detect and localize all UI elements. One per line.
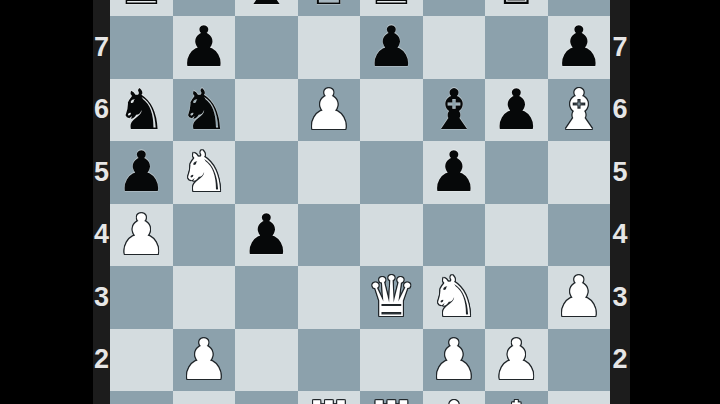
- square-e2[interactable]: [360, 329, 423, 392]
- chess-board: ♜♝♛♜♚♟♟♟♞♞♟♝♟♝♟♞♟♟♟♛♞♟♟♟♟♜♜♝♚: [110, 0, 610, 404]
- rank-label-5-right: 5: [610, 141, 630, 204]
- square-e1[interactable]: ♜: [360, 391, 423, 404]
- square-e7[interactable]: ♟: [360, 16, 423, 79]
- square-f3[interactable]: ♞: [423, 266, 486, 329]
- square-d8[interactable]: ♛: [298, 0, 361, 16]
- piece-white-rook-d1[interactable]: ♜: [304, 391, 354, 404]
- square-h1[interactable]: [548, 391, 611, 404]
- square-g4[interactable]: [485, 204, 548, 267]
- square-h7[interactable]: ♟: [548, 16, 611, 79]
- piece-black-pawn-h7[interactable]: ♟: [554, 16, 604, 79]
- piece-white-pawn-a4[interactable]: ♟: [116, 204, 166, 267]
- rank-label-1-left: 1: [93, 391, 110, 404]
- square-c7[interactable]: [235, 16, 298, 79]
- piece-black-pawn-a5[interactable]: ♟: [116, 141, 166, 204]
- rank-label-4-left: 4: [93, 204, 110, 267]
- square-b1[interactable]: [173, 391, 236, 404]
- piece-black-pawn-e7[interactable]: ♟: [366, 16, 416, 79]
- piece-white-pawn-h3[interactable]: ♟: [554, 266, 604, 329]
- piece-white-rook-e1[interactable]: ♜: [366, 391, 416, 404]
- square-e3[interactable]: ♛: [360, 266, 423, 329]
- rank-label-2-left: 2: [93, 329, 110, 392]
- square-g1[interactable]: ♚: [485, 391, 548, 404]
- square-g7[interactable]: [485, 16, 548, 79]
- square-g5[interactable]: [485, 141, 548, 204]
- rank-label-7-right: 7: [610, 16, 630, 79]
- square-c3[interactable]: [235, 266, 298, 329]
- piece-black-pawn-g6[interactable]: ♟: [491, 79, 541, 142]
- rank-label-7-left: 7: [93, 16, 110, 79]
- rank-label-1-right: 1: [610, 391, 630, 404]
- square-f2[interactable]: ♟: [423, 329, 486, 392]
- piece-black-queen-d8[interactable]: ♛: [304, 0, 354, 16]
- square-h3[interactable]: ♟: [548, 266, 611, 329]
- square-e5[interactable]: [360, 141, 423, 204]
- piece-black-rook-a8[interactable]: ♜: [116, 0, 166, 16]
- square-a2[interactable]: [110, 329, 173, 392]
- square-a6[interactable]: ♞: [110, 79, 173, 142]
- piece-white-king-g1[interactable]: ♚: [491, 391, 541, 404]
- rank-label-5-left: 5: [93, 141, 110, 204]
- square-h5[interactable]: [548, 141, 611, 204]
- square-c4[interactable]: ♟: [235, 204, 298, 267]
- square-b5[interactable]: ♞: [173, 141, 236, 204]
- piece-white-knight-b5[interactable]: ♞: [179, 141, 229, 204]
- piece-white-knight-f3[interactable]: ♞: [429, 266, 479, 329]
- square-c8[interactable]: ♝: [235, 0, 298, 16]
- rank-label-6-left: 6: [93, 79, 110, 142]
- square-f6[interactable]: ♝: [423, 79, 486, 142]
- rank-label-4-right: 4: [610, 204, 630, 267]
- square-d7[interactable]: [298, 16, 361, 79]
- square-d3[interactable]: [298, 266, 361, 329]
- square-f1[interactable]: ♝: [423, 391, 486, 404]
- rank-label-8-left: 8: [93, 0, 110, 16]
- square-a7[interactable]: [110, 16, 173, 79]
- rank-label-2-right: 2: [610, 329, 630, 392]
- square-c1[interactable]: [235, 391, 298, 404]
- square-d6[interactable]: ♟: [298, 79, 361, 142]
- rank-label-3-left: 3: [93, 266, 110, 329]
- square-b4[interactable]: [173, 204, 236, 267]
- piece-black-knight-b6[interactable]: ♞: [179, 79, 229, 142]
- square-a5[interactable]: ♟: [110, 141, 173, 204]
- square-c5[interactable]: [235, 141, 298, 204]
- square-b7[interactable]: ♟: [173, 16, 236, 79]
- rank-label-8-right: 8: [610, 0, 630, 16]
- piece-white-pawn-g2[interactable]: ♟: [491, 329, 541, 392]
- square-g3[interactable]: [485, 266, 548, 329]
- square-f7[interactable]: [423, 16, 486, 79]
- square-a3[interactable]: [110, 266, 173, 329]
- square-f4[interactable]: [423, 204, 486, 267]
- square-d4[interactable]: [298, 204, 361, 267]
- piece-white-bishop-h6[interactable]: ♝: [554, 79, 604, 142]
- square-g8[interactable]: ♚: [485, 0, 548, 16]
- square-g6[interactable]: ♟: [485, 79, 548, 142]
- rank-label-3-right: 3: [610, 266, 630, 329]
- square-c6[interactable]: [235, 79, 298, 142]
- square-g2[interactable]: ♟: [485, 329, 548, 392]
- square-h6[interactable]: ♝: [548, 79, 611, 142]
- piece-black-pawn-c4[interactable]: ♟: [241, 204, 291, 267]
- square-a8[interactable]: ♜: [110, 0, 173, 16]
- square-e6[interactable]: [360, 79, 423, 142]
- rank-label-6-right: 6: [610, 79, 630, 142]
- piece-black-pawn-f5[interactable]: ♟: [429, 141, 479, 204]
- rank-labels-right: 87654321: [610, 0, 630, 404]
- square-c2[interactable]: [235, 329, 298, 392]
- square-h4[interactable]: [548, 204, 611, 267]
- square-h2[interactable]: [548, 329, 611, 392]
- piece-black-pawn-b7[interactable]: ♟: [179, 16, 229, 79]
- piece-white-pawn-b2[interactable]: ♟: [179, 329, 229, 392]
- square-f8[interactable]: [423, 0, 486, 16]
- piece-white-bishop-f1[interactable]: ♝: [429, 391, 479, 404]
- piece-black-bishop-f6[interactable]: ♝: [429, 79, 479, 142]
- square-b2[interactable]: ♟: [173, 329, 236, 392]
- square-b6[interactable]: ♞: [173, 79, 236, 142]
- square-a1[interactable]: [110, 391, 173, 404]
- square-f5[interactable]: ♟: [423, 141, 486, 204]
- piece-white-pawn-d6[interactable]: ♟: [304, 79, 354, 142]
- piece-black-king-g8[interactable]: ♚: [491, 0, 541, 16]
- rank-labels-left: 87654321: [93, 0, 110, 404]
- piece-white-queen-e3[interactable]: ♛: [366, 266, 416, 329]
- square-a4[interactable]: ♟: [110, 204, 173, 267]
- square-d5[interactable]: [298, 141, 361, 204]
- piece-black-knight-a6[interactable]: ♞: [116, 79, 166, 142]
- square-d2[interactable]: [298, 329, 361, 392]
- square-b3[interactable]: [173, 266, 236, 329]
- square-e4[interactable]: [360, 204, 423, 267]
- square-d1[interactable]: ♜: [298, 391, 361, 404]
- piece-white-pawn-f2[interactable]: ♟: [429, 329, 479, 392]
- piece-black-bishop-c8[interactable]: ♝: [241, 0, 291, 16]
- chess-video-frame: 87654321 ♜♝♛♜♚♟♟♟♞♞♟♝♟♝♟♞♟♟♟♛♞♟♟♟♟♜♜♝♚ 8…: [0, 0, 720, 404]
